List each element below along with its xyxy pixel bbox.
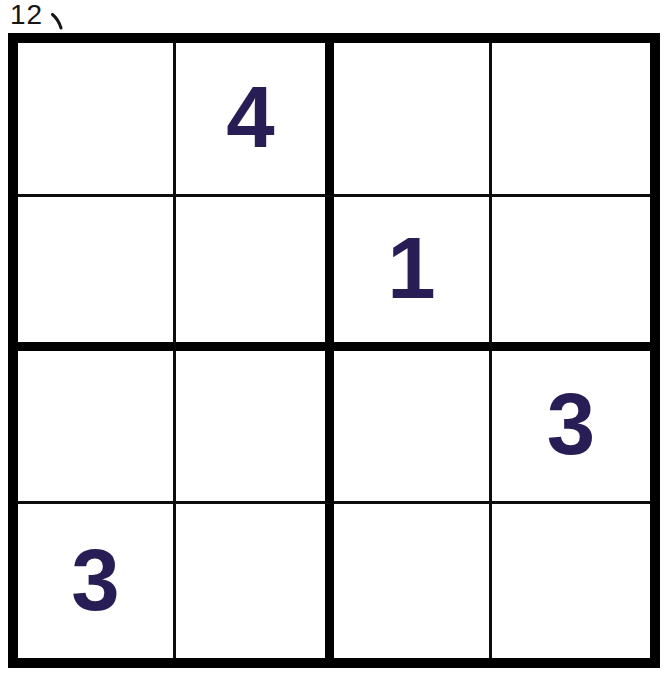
cell-r2c3[interactable]: 1: [334, 197, 492, 351]
given-digit: 3: [547, 380, 595, 467]
given-digit: 3: [71, 536, 119, 623]
cell-r1c1[interactable]: [18, 43, 176, 197]
given-digit: 4: [226, 73, 274, 160]
puzzle-number-label: 12: [10, 1, 65, 35]
cell-r1c2[interactable]: 4: [176, 43, 334, 197]
cell-r2c2[interactable]: [176, 197, 334, 351]
cell-r1c3[interactable]: [334, 43, 492, 197]
puzzle-number-text: 12: [10, 1, 43, 29]
cell-r2c1[interactable]: [18, 197, 176, 351]
given-digit: 1: [387, 224, 435, 311]
cell-r3c2[interactable]: [176, 351, 334, 505]
cell-r4c3[interactable]: [334, 504, 492, 658]
cell-r4c4[interactable]: [492, 504, 650, 658]
cell-r4c1[interactable]: 3: [18, 504, 176, 658]
cell-r3c3[interactable]: [334, 351, 492, 505]
cell-r2c4[interactable]: [492, 197, 650, 351]
cell-r3c1[interactable]: [18, 351, 176, 505]
cell-r1c4[interactable]: [492, 43, 650, 197]
sudoku-grid: 4133: [8, 33, 660, 668]
ideographic-comma-icon: [50, 7, 65, 35]
cell-r4c2[interactable]: [176, 504, 334, 658]
cell-r3c4[interactable]: 3: [492, 351, 650, 505]
